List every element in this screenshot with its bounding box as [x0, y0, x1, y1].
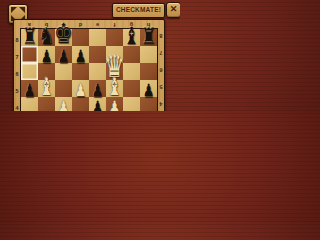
- close-button[interactable]: ✕: [166, 2, 180, 18]
- board-squares: ♜♞♚♝♜♟♟♟♛♟♝♟♟♝♟♟♟♟: [20, 28, 158, 111]
- square-e8[interactable]: [89, 29, 106, 46]
- square-f4[interactable]: ♟: [106, 97, 123, 111]
- file-label-top-e: e: [89, 21, 106, 27]
- square-h8[interactable]: ♜: [140, 29, 157, 46]
- piece-white-bishop-b5[interactable]: ♝: [30, 75, 63, 99]
- square-d7[interactable]: ♟: [72, 46, 89, 63]
- rank-label-right-6: 6: [158, 66, 164, 72]
- square-b5[interactable]: ♝: [38, 80, 55, 97]
- checkmate-banner: CHECKMATE!: [112, 3, 165, 18]
- rank-label-right-4: 4: [158, 100, 164, 106]
- piece-white-bishop-f5[interactable]: ♝: [98, 75, 131, 99]
- piece-black-pawn-h5[interactable]: ♟: [132, 82, 165, 99]
- piece-black-pawn-d7[interactable]: ♟: [64, 48, 97, 65]
- piece-black-rook-h8[interactable]: ♜: [132, 26, 165, 48]
- app-screen: { "game": "chess", "ui": { "banner_text"…: [0, 0, 180, 111]
- expand-arrows-icon: [19, 7, 25, 13]
- square-h5[interactable]: ♟: [140, 80, 157, 97]
- square-c4[interactable]: ♟: [55, 97, 72, 111]
- square-f5[interactable]: ♝: [106, 80, 123, 97]
- expand-arrows-icon: [11, 7, 17, 13]
- piece-white-pawn-c4[interactable]: ♟: [47, 99, 80, 111]
- close-icon: ✕: [170, 4, 178, 14]
- piece-black-king-c8[interactable]: ♚: [47, 20, 80, 48]
- rank-label-right-7: 7: [158, 49, 164, 55]
- piece-white-pawn-f4[interactable]: ♟: [98, 99, 131, 111]
- chess-board-frame: 87654321 87654321 abcdefgh ♜♞♚♝♜♟♟♟♛♟♝♟♟…: [13, 19, 165, 111]
- square-c8[interactable]: ♚: [55, 29, 72, 46]
- square-h6[interactable]: [140, 63, 157, 80]
